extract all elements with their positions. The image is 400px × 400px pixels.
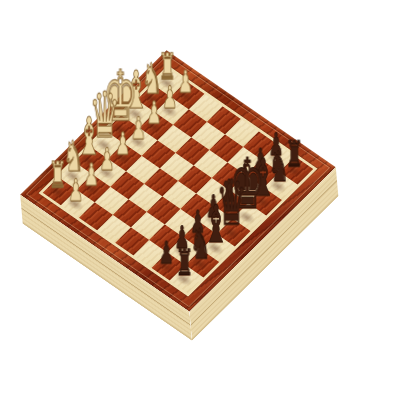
- piece-white-pawn-a2[interactable]: ♟: [54, 175, 98, 206]
- piece-black-rook-a8[interactable]: ♜: [163, 245, 207, 281]
- chess-board: ♜♟♟♜♞♟♟♞♝♟♟♝♚♟♟♚♛♟♟♛♝♟♟♝♞♟♟♞♜♟♟♜: [20, 50, 336, 312]
- chess-set-photo: ♜♟♟♜♞♟♟♞♝♟♟♝♚♟♟♚♛♟♟♛♝♟♟♝♞♟♟♞♜♟♟♜: [0, 0, 400, 400]
